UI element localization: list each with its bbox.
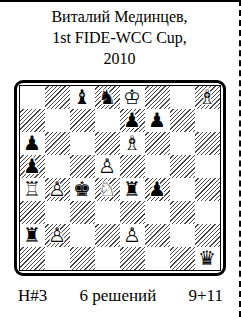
square-h7	[195, 109, 220, 132]
square-h2	[195, 224, 220, 247]
white-bishop: ♝♗	[195, 86, 220, 109]
square-c3	[70, 201, 95, 224]
square-e5	[120, 155, 145, 178]
square-d1	[95, 247, 120, 270]
square-c2	[70, 224, 95, 247]
square-g5	[170, 155, 195, 178]
black-king: ♚	[70, 178, 95, 201]
board-inner-border: ♝♞♚♔♝♗♟♟♟♝♗♟♟♙♜♖♟♙♚♞♘♜♟♜♟♙♟♙♛	[19, 85, 221, 271]
square-a1	[20, 247, 45, 270]
square-f7: ♟	[145, 109, 170, 132]
square-g4	[170, 178, 195, 201]
year-line: 2010	[0, 48, 239, 69]
black-pawn: ♟	[120, 109, 145, 132]
black-rook: ♜	[20, 224, 45, 247]
author-line: Виталий Мединцев,	[0, 6, 239, 27]
board-grid: ♝♞♚♔♝♗♟♟♟♝♗♟♟♙♜♖♟♙♚♞♘♜♟♜♟♙♟♙♛	[20, 86, 220, 270]
black-rook: ♜	[120, 178, 145, 201]
black-knight: ♞	[95, 86, 120, 109]
problem-page: Виталий Мединцев, 1st FIDE-WCC Cup, 2010…	[0, 0, 241, 317]
black-pawn: ♟	[145, 178, 170, 201]
square-a5: ♟	[20, 155, 45, 178]
square-b7	[45, 109, 70, 132]
square-e7: ♟	[120, 109, 145, 132]
square-h6	[195, 132, 220, 155]
square-d6	[95, 132, 120, 155]
solutions-label: 6 решений	[80, 286, 157, 306]
square-e1	[120, 247, 145, 270]
problem-caption: H#3 6 решений 9+11	[18, 286, 223, 306]
square-f1	[145, 247, 170, 270]
square-g1	[170, 247, 195, 270]
square-e8: ♚♔	[120, 86, 145, 109]
square-g2	[170, 224, 195, 247]
square-g3	[170, 201, 195, 224]
square-a8	[20, 86, 45, 109]
square-c5	[70, 155, 95, 178]
square-h3	[195, 201, 220, 224]
square-a7	[20, 109, 45, 132]
square-b6	[45, 132, 70, 155]
tourney-line: 1st FIDE-WCC Cup,	[0, 27, 239, 48]
square-g8	[170, 86, 195, 109]
square-g6	[170, 132, 195, 155]
square-g7	[170, 109, 195, 132]
square-d7	[95, 109, 120, 132]
square-b8	[45, 86, 70, 109]
square-f6	[145, 132, 170, 155]
problem-title: Виталий Мединцев, 1st FIDE-WCC Cup, 2010	[0, 6, 239, 69]
white-pawn: ♟♙	[45, 224, 70, 247]
square-c4: ♚	[70, 178, 95, 201]
square-b1	[45, 247, 70, 270]
square-b5	[45, 155, 70, 178]
square-a4: ♜♖	[20, 178, 45, 201]
square-f5	[145, 155, 170, 178]
black-pawn: ♟	[145, 109, 170, 132]
square-f3	[145, 201, 170, 224]
square-e6: ♝♗	[120, 132, 145, 155]
stipulation-label: H#3	[18, 286, 47, 306]
square-e4: ♜	[120, 178, 145, 201]
white-knight: ♞♘	[95, 178, 120, 201]
black-queen: ♛	[195, 247, 220, 270]
square-c7	[70, 109, 95, 132]
board-outer-border: ♝♞♚♔♝♗♟♟♟♝♗♟♟♙♜♖♟♙♚♞♘♜♟♜♟♙♟♙♛	[14, 80, 226, 276]
square-e2: ♟♙	[120, 224, 145, 247]
square-c6	[70, 132, 95, 155]
black-pawn: ♟	[20, 132, 45, 155]
white-pawn: ♟♙	[120, 224, 145, 247]
square-f8	[145, 86, 170, 109]
square-b4: ♟♙	[45, 178, 70, 201]
white-king: ♚♔	[120, 86, 145, 109]
square-a2: ♜	[20, 224, 45, 247]
square-h4	[195, 178, 220, 201]
square-d5: ♟♙	[95, 155, 120, 178]
white-pawn: ♟♙	[45, 178, 70, 201]
square-d3	[95, 201, 120, 224]
square-d8: ♞	[95, 86, 120, 109]
square-f2	[145, 224, 170, 247]
black-pawn: ♟	[20, 155, 45, 178]
chess-board: ♝♞♚♔♝♗♟♟♟♝♗♟♟♙♜♖♟♙♚♞♘♜♟♜♟♙♟♙♛	[14, 80, 226, 276]
square-c1	[70, 247, 95, 270]
square-h5	[195, 155, 220, 178]
square-a6: ♟	[20, 132, 45, 155]
square-h1: ♛	[195, 247, 220, 270]
square-b3	[45, 201, 70, 224]
black-bishop: ♝	[70, 86, 95, 109]
white-pawn: ♟♙	[95, 155, 120, 178]
square-e3	[120, 201, 145, 224]
square-f4: ♟	[145, 178, 170, 201]
square-a3	[20, 201, 45, 224]
white-rook: ♜♖	[20, 178, 45, 201]
square-d4: ♞♘	[95, 178, 120, 201]
square-d2	[95, 224, 120, 247]
square-c8: ♝	[70, 86, 95, 109]
square-h8: ♝♗	[195, 86, 220, 109]
white-bishop: ♝♗	[120, 132, 145, 155]
material-label: 9+11	[189, 286, 223, 306]
square-b2: ♟♙	[45, 224, 70, 247]
